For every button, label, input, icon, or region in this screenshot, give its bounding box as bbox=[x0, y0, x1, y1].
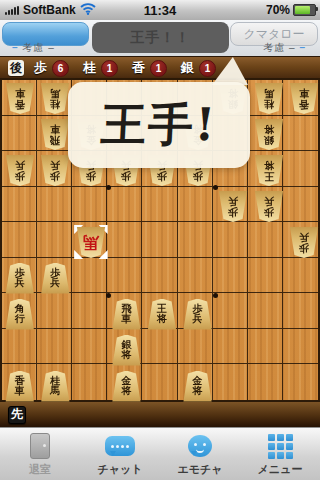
hand-piece-label: 香 bbox=[132, 59, 145, 77]
right-think-label: 考慮 bbox=[263, 42, 285, 53]
sente-hand-bar: 先 bbox=[0, 402, 320, 428]
board-cell[interactable] bbox=[248, 293, 283, 329]
tab-label: エモチャ bbox=[177, 462, 222, 477]
board-cell[interactable] bbox=[283, 364, 318, 400]
battery-icon bbox=[293, 4, 316, 16]
board-cell[interactable] bbox=[37, 329, 72, 365]
board-cell[interactable] bbox=[283, 293, 318, 329]
board-cell[interactable] bbox=[142, 187, 177, 223]
check-announcement-text: 王手! bbox=[100, 95, 219, 155]
board-cell[interactable] bbox=[72, 258, 107, 294]
tab-label: 退室 bbox=[29, 462, 51, 477]
board-cell[interactable] bbox=[248, 222, 283, 258]
board-cell[interactable] bbox=[283, 329, 318, 365]
star-point bbox=[213, 185, 218, 190]
app-screen: SoftBank 11:34 70% 王手！！ クマタロー – 考慮 – 考慮 … bbox=[0, 0, 320, 480]
status-bar: SoftBank 11:34 70% bbox=[0, 0, 320, 21]
hand-item-pawn[interactable]: 歩 6 bbox=[34, 59, 69, 77]
tab-leave-room[interactable]: 退室 bbox=[0, 428, 80, 480]
board-cell[interactable] bbox=[72, 187, 107, 223]
right-think-dash: – bbox=[289, 42, 296, 53]
board-cell[interactable] bbox=[107, 187, 142, 223]
star-point bbox=[106, 293, 111, 298]
board-cell[interactable] bbox=[283, 187, 318, 223]
board-cell[interactable] bbox=[37, 293, 72, 329]
board-cell[interactable] bbox=[107, 258, 142, 294]
tab-bar: 退室 チャット エモチャ メニュー bbox=[0, 427, 320, 480]
tab-label: チャット bbox=[97, 462, 142, 477]
player-right-think-time: 考慮 – – bbox=[263, 41, 306, 55]
sente-side-badge: 先 bbox=[8, 406, 26, 424]
board-cell[interactable] bbox=[2, 329, 37, 365]
board-cell[interactable] bbox=[213, 329, 248, 365]
door-icon bbox=[30, 432, 50, 460]
board-cell[interactable] bbox=[2, 187, 37, 223]
board-cell[interactable] bbox=[142, 329, 177, 365]
tab-chat[interactable]: チャット bbox=[80, 428, 160, 480]
right-timer-dash: – bbox=[299, 42, 306, 53]
hand-count-badge: 6 bbox=[52, 60, 69, 77]
hand-piece-label: 桂 bbox=[83, 59, 96, 77]
board-cell[interactable] bbox=[37, 187, 72, 223]
hand-count-badge: 1 bbox=[101, 60, 118, 77]
left-think-dash: – bbox=[48, 42, 55, 53]
board-cell[interactable] bbox=[213, 222, 248, 258]
board-cell[interactable] bbox=[283, 258, 318, 294]
gote-side-badge: 後 bbox=[8, 60, 24, 76]
hand-count-badge: 1 bbox=[199, 60, 216, 77]
left-think-label: 考慮 bbox=[22, 42, 44, 53]
board-cell[interactable] bbox=[178, 329, 213, 365]
board-cell[interactable] bbox=[72, 293, 107, 329]
gote-hand-bar: 後 歩 6 桂 1 香 1 銀 1 bbox=[0, 56, 320, 79]
board-cell[interactable] bbox=[37, 222, 72, 258]
chat-message-banner: 王手！！ bbox=[92, 22, 229, 53]
tab-emochat[interactable]: エモチャ bbox=[160, 428, 240, 480]
board-cell[interactable] bbox=[178, 258, 213, 294]
star-point bbox=[106, 185, 111, 190]
board-cell[interactable] bbox=[283, 116, 318, 152]
board-cell[interactable] bbox=[72, 364, 107, 400]
board-cell[interactable] bbox=[142, 364, 177, 400]
hand-piece-label: 歩 bbox=[34, 59, 47, 77]
hand-item-silver[interactable]: 銀 1 bbox=[181, 59, 216, 77]
board-cell[interactable] bbox=[213, 364, 248, 400]
board-cell[interactable] bbox=[248, 364, 283, 400]
board-cell[interactable] bbox=[248, 258, 283, 294]
check-announcement-bubble: 王手! bbox=[68, 82, 250, 168]
board-cell[interactable] bbox=[107, 222, 142, 258]
board-cell[interactable] bbox=[142, 222, 177, 258]
player-strip: 王手！！ クマタロー – 考慮 – 考慮 – – bbox=[0, 20, 320, 56]
tab-label: メニュー bbox=[258, 462, 303, 477]
grid-menu-icon bbox=[268, 432, 293, 460]
board-cell[interactable] bbox=[2, 116, 37, 152]
chat-bubble-icon bbox=[105, 432, 135, 460]
board-cell[interactable] bbox=[213, 293, 248, 329]
board-cell[interactable] bbox=[283, 151, 318, 187]
board-cell[interactable] bbox=[72, 329, 107, 365]
tab-menu[interactable]: メニュー bbox=[240, 428, 320, 480]
board-cell[interactable] bbox=[142, 258, 177, 294]
hand-piece-label: 銀 bbox=[181, 59, 194, 77]
board-cell[interactable] bbox=[178, 187, 213, 223]
hand-item-knight[interactable]: 桂 1 bbox=[83, 59, 118, 77]
battery-percent-label: 70% bbox=[266, 3, 290, 17]
board-cell[interactable] bbox=[2, 222, 37, 258]
board-cell[interactable] bbox=[248, 329, 283, 365]
emoji-chat-bubble-icon bbox=[188, 432, 212, 460]
hand-count-badge: 1 bbox=[150, 60, 167, 77]
board-cell[interactable] bbox=[213, 258, 248, 294]
star-point bbox=[213, 293, 218, 298]
left-timer-dash: – bbox=[12, 42, 19, 53]
hand-item-lance[interactable]: 香 1 bbox=[132, 59, 167, 77]
player-left-think-time: – 考慮 – bbox=[12, 41, 55, 55]
board-cell[interactable] bbox=[178, 222, 213, 258]
